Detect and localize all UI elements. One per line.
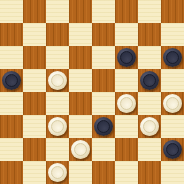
board-square-r0c0 [0,0,23,23]
board-square-r5c0[interactable] [0,115,23,138]
board-square-r4c1[interactable] [23,92,46,115]
board-square-r6c0 [0,138,23,161]
white-man-piece[interactable] [48,117,67,136]
board-square-r5c6[interactable] [138,115,161,138]
board-square-r1c7 [161,23,184,46]
board-square-r6c3[interactable] [69,138,92,161]
board-square-r6c6 [138,138,161,161]
white-man-piece[interactable] [140,117,159,136]
white-man-piece[interactable] [48,163,67,182]
board-square-r4c5[interactable] [115,92,138,115]
board-square-r0c2 [46,0,69,23]
board-square-r0c3[interactable] [69,0,92,23]
board-square-r1c2[interactable] [46,23,69,46]
black-man-piece[interactable] [140,71,159,90]
board-square-r5c4[interactable] [92,115,115,138]
board-square-r7c2[interactable] [46,161,69,184]
board-square-r7c3 [69,161,92,184]
board-square-r1c1 [23,23,46,46]
black-man-piece[interactable] [163,48,182,67]
board-square-r2c6 [138,46,161,69]
board-square-r4c4 [92,92,115,115]
board-square-r6c4 [92,138,115,161]
board-square-r3c5 [115,69,138,92]
board-square-r1c3 [69,23,92,46]
board-square-r6c1[interactable] [23,138,46,161]
board-square-r2c7[interactable] [161,46,184,69]
board-square-r7c7 [161,161,184,184]
board-square-r0c5[interactable] [115,0,138,23]
black-man-piece[interactable] [2,71,21,90]
black-man-piece[interactable] [163,140,182,159]
board-square-r1c0[interactable] [0,23,23,46]
board-square-r3c0[interactable] [0,69,23,92]
board-square-r3c7 [161,69,184,92]
board-square-r6c5[interactable] [115,138,138,161]
board-square-r4c0 [0,92,23,115]
board-square-r5c3 [69,115,92,138]
board-square-r5c7 [161,115,184,138]
board-square-r2c5[interactable] [115,46,138,69]
board-square-r0c7[interactable] [161,0,184,23]
board-square-r4c2 [46,92,69,115]
board-square-r7c6[interactable] [138,161,161,184]
black-man-piece[interactable] [117,48,136,67]
board-square-r1c6[interactable] [138,23,161,46]
black-man-piece[interactable] [94,117,113,136]
board-square-r0c6 [138,0,161,23]
white-man-piece[interactable] [163,94,182,113]
board-square-r4c3[interactable] [69,92,92,115]
board-square-r0c4 [92,0,115,23]
board-square-r6c2 [46,138,69,161]
white-man-piece[interactable] [71,140,90,159]
board-square-r2c4 [92,46,115,69]
board-square-r7c0[interactable] [0,161,23,184]
board-square-r3c4[interactable] [92,69,115,92]
board-square-r3c3 [69,69,92,92]
board-square-r2c3[interactable] [69,46,92,69]
board-square-r1c4[interactable] [92,23,115,46]
board-square-r3c1 [23,69,46,92]
board-square-r1c5 [115,23,138,46]
board-square-r4c7[interactable] [161,92,184,115]
board-square-r7c5 [115,161,138,184]
board-square-r5c5 [115,115,138,138]
board-square-r2c2 [46,46,69,69]
board-square-r7c4[interactable] [92,161,115,184]
board-square-r2c1[interactable] [23,46,46,69]
board-square-r7c1 [23,161,46,184]
board-square-r3c2[interactable] [46,69,69,92]
checkers-board [0,0,184,184]
board-square-r6c7[interactable] [161,138,184,161]
board-square-r2c0 [0,46,23,69]
white-man-piece[interactable] [117,94,136,113]
board-square-r4c6 [138,92,161,115]
board-square-r5c2[interactable] [46,115,69,138]
board-square-r5c1 [23,115,46,138]
board-square-r3c6[interactable] [138,69,161,92]
white-man-piece[interactable] [48,71,67,90]
board-square-r0c1[interactable] [23,0,46,23]
